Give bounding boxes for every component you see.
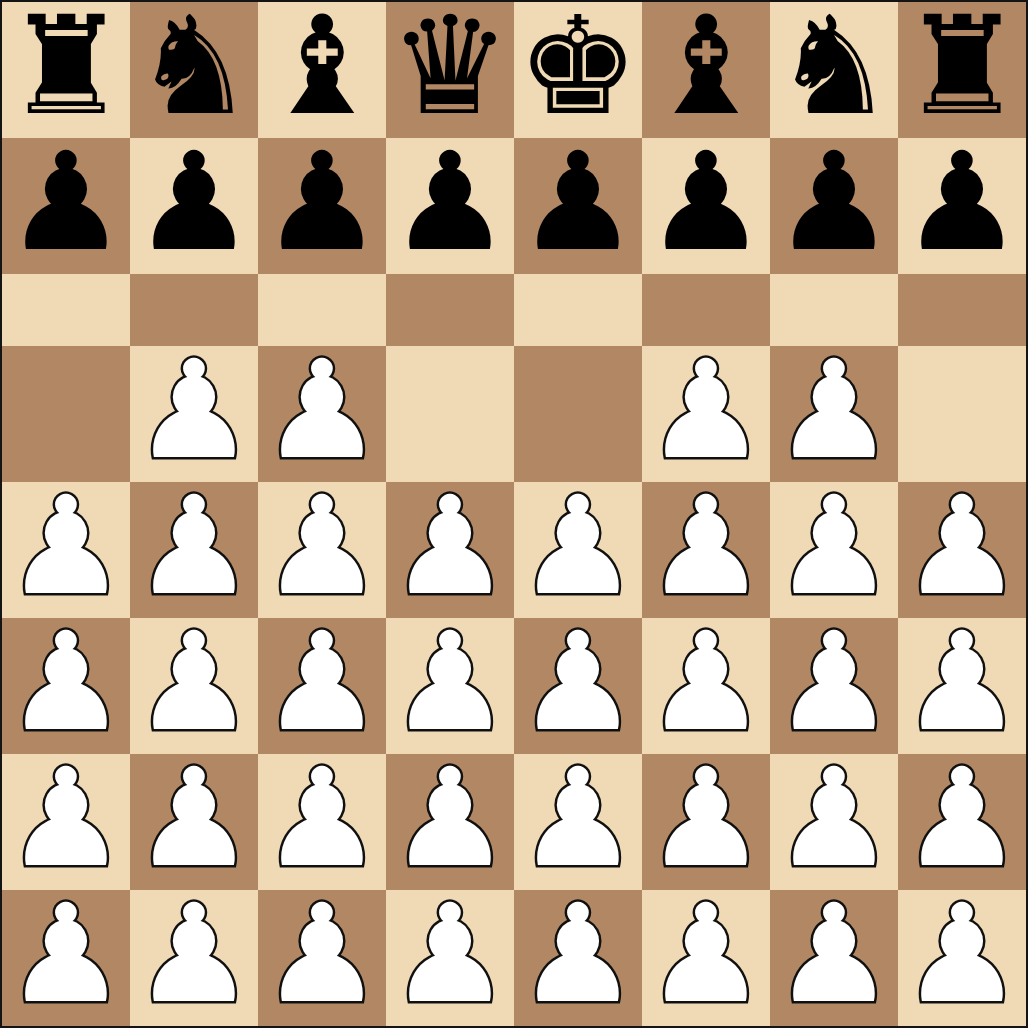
square-a3[interactable]: ♟ xyxy=(2,618,130,754)
square-b1[interactable]: ♟ xyxy=(130,890,258,1026)
white-pawn[interactable]: ♟ xyxy=(133,750,255,886)
square-a8[interactable]: ♜ xyxy=(2,2,130,138)
square-d5[interactable] xyxy=(386,346,514,482)
white-pawn[interactable]: ♟ xyxy=(261,614,383,750)
black-pawn[interactable]: ♟ xyxy=(645,134,767,270)
black-rook[interactable]: ♜ xyxy=(5,0,127,134)
square-e8[interactable]: ♚ xyxy=(514,2,642,138)
square-d8[interactable]: ♛ xyxy=(386,2,514,138)
white-pawn[interactable]: ♟ xyxy=(517,750,639,886)
black-rook[interactable]: ♜ xyxy=(901,0,1023,134)
square-e1[interactable]: ♟ xyxy=(514,890,642,1026)
square-a1[interactable]: ♟ xyxy=(2,890,130,1026)
square-f8[interactable]: ♝ xyxy=(642,2,770,138)
white-pawn[interactable]: ♟ xyxy=(773,478,895,614)
white-pawn[interactable]: ♟ xyxy=(773,750,895,886)
square-g7[interactable]: ♟ xyxy=(770,138,898,274)
chess-board: ♜♞♝♛♚♝♞♜♟♟♟♟♟♟♟♟♟♟♟♟♟♟♟♟♟♟♟♟♟♟♟♟♟♟♟♟♟♟♟♟… xyxy=(2,2,1026,1026)
square-f1[interactable]: ♟ xyxy=(642,890,770,1026)
square-h3[interactable]: ♟ xyxy=(898,618,1026,754)
white-pawn[interactable]: ♟ xyxy=(261,886,383,1022)
white-pawn[interactable]: ♟ xyxy=(261,478,383,614)
black-pawn[interactable]: ♟ xyxy=(261,134,383,270)
black-pawn[interactable]: ♟ xyxy=(517,134,639,270)
square-b3[interactable]: ♟ xyxy=(130,618,258,754)
black-king[interactable]: ♚ xyxy=(517,0,639,134)
square-e3[interactable]: ♟ xyxy=(514,618,642,754)
square-e4[interactable]: ♟ xyxy=(514,482,642,618)
white-pawn[interactable]: ♟ xyxy=(389,750,511,886)
square-a2[interactable]: ♟ xyxy=(2,754,130,890)
black-bishop[interactable]: ♝ xyxy=(261,0,383,134)
square-e7[interactable]: ♟ xyxy=(514,138,642,274)
black-pawn[interactable]: ♟ xyxy=(901,134,1023,270)
white-pawn[interactable]: ♟ xyxy=(773,614,895,750)
square-a5[interactable] xyxy=(2,346,130,482)
white-pawn[interactable]: ♟ xyxy=(645,478,767,614)
white-pawn[interactable]: ♟ xyxy=(261,342,383,478)
square-a6[interactable] xyxy=(2,274,130,346)
square-c7[interactable]: ♟ xyxy=(258,138,386,274)
square-f3[interactable]: ♟ xyxy=(642,618,770,754)
square-d1[interactable]: ♟ xyxy=(386,890,514,1026)
square-f2[interactable]: ♟ xyxy=(642,754,770,890)
white-pawn[interactable]: ♟ xyxy=(901,750,1023,886)
square-b4[interactable]: ♟ xyxy=(130,482,258,618)
square-c5[interactable]: ♟ xyxy=(258,346,386,482)
white-pawn[interactable]: ♟ xyxy=(133,886,255,1022)
square-c1[interactable]: ♟ xyxy=(258,890,386,1026)
white-pawn[interactable]: ♟ xyxy=(901,614,1023,750)
square-c4[interactable]: ♟ xyxy=(258,482,386,618)
black-knight[interactable]: ♞ xyxy=(773,0,895,134)
square-c8[interactable]: ♝ xyxy=(258,2,386,138)
square-h1[interactable]: ♟ xyxy=(898,890,1026,1026)
white-pawn[interactable]: ♟ xyxy=(261,750,383,886)
square-b5[interactable]: ♟ xyxy=(130,346,258,482)
square-d7[interactable]: ♟ xyxy=(386,138,514,274)
white-pawn[interactable]: ♟ xyxy=(389,478,511,614)
black-queen[interactable]: ♛ xyxy=(389,0,511,134)
white-pawn[interactable]: ♟ xyxy=(133,614,255,750)
square-c3[interactable]: ♟ xyxy=(258,618,386,754)
white-pawn[interactable]: ♟ xyxy=(517,614,639,750)
square-f4[interactable]: ♟ xyxy=(642,482,770,618)
square-e2[interactable]: ♟ xyxy=(514,754,642,890)
black-pawn[interactable]: ♟ xyxy=(5,134,127,270)
square-d6[interactable] xyxy=(386,274,514,346)
white-pawn[interactable]: ♟ xyxy=(5,886,127,1022)
square-h5[interactable] xyxy=(898,346,1026,482)
board-frame: ♜♞♝♛♚♝♞♜♟♟♟♟♟♟♟♟♟♟♟♟♟♟♟♟♟♟♟♟♟♟♟♟♟♟♟♟♟♟♟♟… xyxy=(0,0,1028,1028)
square-f7[interactable]: ♟ xyxy=(642,138,770,274)
square-g2[interactable]: ♟ xyxy=(770,754,898,890)
square-g8[interactable]: ♞ xyxy=(770,2,898,138)
white-pawn[interactable]: ♟ xyxy=(389,886,511,1022)
black-knight[interactable]: ♞ xyxy=(133,0,255,134)
square-e6[interactable] xyxy=(514,274,642,346)
white-pawn[interactable]: ♟ xyxy=(517,478,639,614)
square-b8[interactable]: ♞ xyxy=(130,2,258,138)
square-h2[interactable]: ♟ xyxy=(898,754,1026,890)
white-pawn[interactable]: ♟ xyxy=(517,886,639,1022)
square-g5[interactable]: ♟ xyxy=(770,346,898,482)
white-pawn[interactable]: ♟ xyxy=(389,614,511,750)
white-pawn[interactable]: ♟ xyxy=(901,478,1023,614)
square-d4[interactable]: ♟ xyxy=(386,482,514,618)
white-pawn[interactable]: ♟ xyxy=(5,478,127,614)
square-a7[interactable]: ♟ xyxy=(2,138,130,274)
black-bishop[interactable]: ♝ xyxy=(645,0,767,134)
white-pawn[interactable]: ♟ xyxy=(773,342,895,478)
square-b2[interactable]: ♟ xyxy=(130,754,258,890)
white-pawn[interactable]: ♟ xyxy=(133,478,255,614)
white-pawn[interactable]: ♟ xyxy=(773,886,895,1022)
white-pawn[interactable]: ♟ xyxy=(5,614,127,750)
square-f5[interactable]: ♟ xyxy=(642,346,770,482)
white-pawn[interactable]: ♟ xyxy=(645,750,767,886)
square-g1[interactable]: ♟ xyxy=(770,890,898,1026)
black-pawn[interactable]: ♟ xyxy=(133,134,255,270)
square-g3[interactable]: ♟ xyxy=(770,618,898,754)
white-pawn[interactable]: ♟ xyxy=(645,886,767,1022)
square-e5[interactable] xyxy=(514,346,642,482)
square-a4[interactable]: ♟ xyxy=(2,482,130,618)
black-pawn[interactable]: ♟ xyxy=(389,134,511,270)
square-g4[interactable]: ♟ xyxy=(770,482,898,618)
white-pawn[interactable]: ♟ xyxy=(645,614,767,750)
white-pawn[interactable]: ♟ xyxy=(133,342,255,478)
white-pawn[interactable]: ♟ xyxy=(645,342,767,478)
white-pawn[interactable]: ♟ xyxy=(901,886,1023,1022)
square-c2[interactable]: ♟ xyxy=(258,754,386,890)
square-d3[interactable]: ♟ xyxy=(386,618,514,754)
square-h7[interactable]: ♟ xyxy=(898,138,1026,274)
square-b7[interactable]: ♟ xyxy=(130,138,258,274)
white-pawn[interactable]: ♟ xyxy=(5,750,127,886)
square-h8[interactable]: ♜ xyxy=(898,2,1026,138)
square-d2[interactable]: ♟ xyxy=(386,754,514,890)
square-h6[interactable] xyxy=(898,274,1026,346)
square-h4[interactable]: ♟ xyxy=(898,482,1026,618)
black-pawn[interactable]: ♟ xyxy=(773,134,895,270)
